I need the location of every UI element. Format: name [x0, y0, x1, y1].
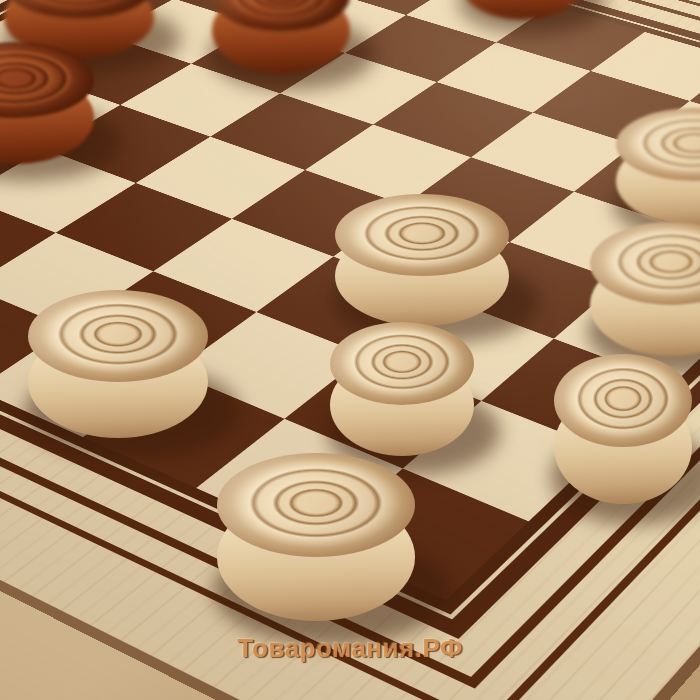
checker-piece-dark [460, 0, 584, 20]
checker-piece-light [335, 194, 509, 326]
checker-piece-light [217, 453, 415, 621]
checker-piece-dark [212, 0, 350, 74]
checker-piece-dark [0, 42, 94, 164]
checker-piece-light [616, 108, 700, 226]
watermark: Товаромания.РФ [237, 633, 462, 664]
piece-top-face [330, 322, 474, 405]
checker-piece-light [590, 222, 700, 356]
pieces-layer [0, 0, 700, 700]
piece-top-face [28, 290, 208, 382]
checker-piece-light [554, 354, 692, 504]
piece-top-face [335, 194, 509, 276]
photo-stage: Товаромания.РФ [0, 0, 700, 700]
piece-top-face [217, 453, 415, 557]
checker-piece-light [330, 322, 474, 456]
checker-piece-light [28, 290, 208, 438]
piece-top-face [554, 354, 692, 447]
